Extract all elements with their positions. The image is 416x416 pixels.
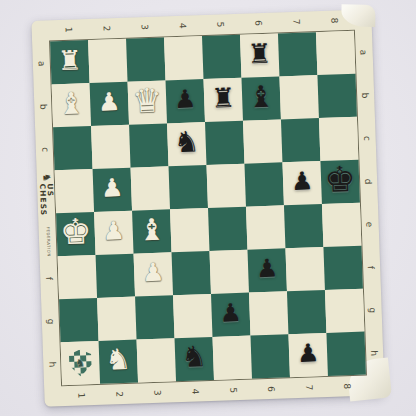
white-knight-h2[interactable]: ♞ xyxy=(105,345,132,375)
square-c8[interactable] xyxy=(319,117,358,161)
rank-label-top-3: 3 xyxy=(125,16,164,37)
square-g2[interactable] xyxy=(97,297,136,341)
square-f3[interactable]: ♟ xyxy=(134,252,173,296)
chessboard-scene: 12345678 abc ♞ US CHESS FEDERATION fgh ♜… xyxy=(31,9,384,407)
file-label-right-c: c xyxy=(357,116,376,160)
white-rook-a1[interactable]: ♜ xyxy=(57,46,82,74)
square-g4[interactable] xyxy=(173,294,212,338)
square-e7[interactable] xyxy=(284,204,323,248)
file-label-left-c: c xyxy=(35,127,54,171)
rank-label-bottom-6: 6 xyxy=(252,378,291,399)
rank-label-bottom-7: 7 xyxy=(290,377,329,398)
square-d6[interactable] xyxy=(244,162,283,206)
black-pawn-h7[interactable]: ♟ xyxy=(296,340,319,366)
square-g6[interactable] xyxy=(249,291,288,335)
square-h2[interactable]: ♞ xyxy=(99,340,138,384)
uschess-shield-icon: ♞ xyxy=(68,349,93,377)
square-g8[interactable] xyxy=(325,289,364,333)
square-f5[interactable] xyxy=(210,250,249,294)
vinyl-mat: 12345678 abc ♞ US CHESS FEDERATION fgh ♜… xyxy=(31,9,384,407)
file-label-left-g: g xyxy=(41,299,60,343)
uschess-knight-icon: ♞ xyxy=(41,173,51,182)
rank-label-top-7: 7 xyxy=(277,11,316,32)
square-d1[interactable] xyxy=(55,169,94,213)
square-h7[interactable]: ♟ xyxy=(288,333,327,377)
square-h8[interactable] xyxy=(326,332,365,376)
square-f1[interactable] xyxy=(58,255,97,299)
rank-label-top-2: 2 xyxy=(87,18,126,39)
square-d5[interactable] xyxy=(206,164,245,208)
file-label-left-f: f xyxy=(40,256,59,300)
square-e2[interactable]: ♟ xyxy=(94,211,133,255)
square-a5[interactable] xyxy=(202,35,241,79)
file-label-left-a: a xyxy=(32,41,51,85)
square-d4[interactable] xyxy=(169,165,208,209)
rank-label-bottom-4: 4 xyxy=(176,381,215,402)
black-pawn-f6[interactable]: ♟ xyxy=(255,256,278,282)
square-e3[interactable]: ♝ xyxy=(132,209,171,253)
rank-label-bottom-3: 3 xyxy=(138,382,177,403)
uschess-logo-subtitle: FEDERATION xyxy=(46,226,51,256)
square-f6[interactable]: ♟ xyxy=(247,248,286,292)
rank-label-bottom-5: 5 xyxy=(214,380,253,401)
file-label-left-h: h xyxy=(43,342,62,386)
square-d8[interactable]: ♚ xyxy=(320,160,359,204)
square-c6[interactable] xyxy=(243,119,282,163)
black-bishop-b6[interactable]: ♝ xyxy=(247,81,275,112)
square-a3[interactable] xyxy=(126,37,165,81)
black-king-d8[interactable]: ♚ xyxy=(324,162,357,198)
black-pawn-d7[interactable]: ♟ xyxy=(290,168,313,194)
black-pawn-g5[interactable]: ♟ xyxy=(219,300,242,326)
square-b7[interactable] xyxy=(279,75,318,119)
file-label-right-f: f xyxy=(361,245,380,289)
rank-label-bottom-8: 8 xyxy=(328,376,367,397)
square-h1[interactable]: ♞ xyxy=(61,341,100,385)
black-rook-a6[interactable]: ♜ xyxy=(247,40,272,68)
square-b8[interactable] xyxy=(317,74,356,118)
square-b6[interactable]: ♝ xyxy=(241,76,280,120)
square-d3[interactable] xyxy=(131,166,170,210)
square-f7[interactable] xyxy=(285,247,324,291)
square-e8[interactable] xyxy=(322,203,361,247)
square-b2[interactable]: ♟ xyxy=(90,82,129,126)
white-queen-b3[interactable]: ♛ xyxy=(132,84,163,118)
square-a2[interactable] xyxy=(88,39,127,83)
white-bishop-e3[interactable]: ♝ xyxy=(138,214,166,245)
square-b5[interactable]: ♜ xyxy=(203,78,242,122)
file-label-left-b: b xyxy=(34,84,53,128)
shield-knight-icon: ♞ xyxy=(75,356,85,369)
square-e1[interactable]: ♚ xyxy=(56,212,95,256)
square-e6[interactable] xyxy=(246,205,285,249)
uschess-logo-name: US CHESS xyxy=(39,183,55,225)
file-label-right-d: d xyxy=(358,159,377,203)
square-h3[interactable] xyxy=(137,338,176,382)
square-g1[interactable] xyxy=(59,298,98,342)
file-label-right-e: e xyxy=(360,202,379,246)
rank-label-top-4: 4 xyxy=(163,15,202,36)
white-king-e1[interactable]: ♚ xyxy=(59,214,92,250)
square-b4[interactable]: ♟ xyxy=(166,79,205,123)
black-rook-b5[interactable]: ♜ xyxy=(211,84,236,112)
file-label-right-g: g xyxy=(363,288,382,332)
white-pawn-f3[interactable]: ♟ xyxy=(142,260,165,286)
square-b1[interactable]: ♝ xyxy=(52,83,91,127)
square-c7[interactable] xyxy=(281,118,320,162)
rank-label-top-5: 5 xyxy=(201,14,240,35)
white-pawn-b2[interactable]: ♟ xyxy=(98,89,121,115)
square-c4[interactable]: ♞ xyxy=(167,122,206,166)
square-h5[interactable] xyxy=(213,336,252,380)
square-a8[interactable] xyxy=(316,31,355,75)
white-pawn-d2[interactable]: ♟ xyxy=(101,175,124,201)
black-knight-c4[interactable]: ♞ xyxy=(173,127,200,157)
file-label-right-a: a xyxy=(354,30,373,74)
rank-label-bottom-2: 2 xyxy=(100,384,139,405)
square-e5[interactable] xyxy=(208,207,247,251)
square-g7[interactable] xyxy=(287,290,326,334)
square-e4[interactable] xyxy=(170,208,209,252)
square-a7[interactable] xyxy=(278,32,317,76)
square-b3[interactable]: ♛ xyxy=(128,80,167,124)
square-a1[interactable]: ♜ xyxy=(50,40,89,84)
square-f2[interactable] xyxy=(96,254,135,298)
square-f4[interactable] xyxy=(172,251,211,295)
square-c5[interactable] xyxy=(205,121,244,165)
square-a4[interactable] xyxy=(164,36,203,80)
rank-label-top-1: 1 xyxy=(49,19,88,40)
file-label-right-b: b xyxy=(355,73,374,117)
white-bishop-b1[interactable]: ♝ xyxy=(57,88,85,119)
square-g3[interactable] xyxy=(135,295,174,339)
board: ♜♜♝♟♛♟♜♝♞♟♟♚♚♟♝♟♟♟♞♞♞♟ xyxy=(50,31,366,385)
square-d7[interactable]: ♟ xyxy=(282,161,321,205)
white-pawn-e2[interactable]: ♟ xyxy=(102,218,125,244)
square-c1[interactable] xyxy=(53,126,92,170)
square-c3[interactable] xyxy=(129,123,168,167)
square-a6[interactable]: ♜ xyxy=(240,33,279,77)
square-h6[interactable] xyxy=(250,334,289,378)
square-g5[interactable]: ♟ xyxy=(211,293,250,337)
square-d2[interactable]: ♟ xyxy=(93,168,132,212)
black-knight-h4[interactable]: ♞ xyxy=(181,342,208,372)
square-c2[interactable] xyxy=(91,125,130,169)
file-label-right-h: h xyxy=(364,331,383,375)
rank-label-top-8: 8 xyxy=(315,10,354,31)
rank-label-bottom-1: 1 xyxy=(62,385,101,406)
square-f8[interactable] xyxy=(323,246,362,290)
square-h4[interactable]: ♞ xyxy=(175,337,214,381)
black-pawn-b4[interactable]: ♟ xyxy=(174,86,197,112)
rank-label-top-6: 6 xyxy=(239,12,278,33)
